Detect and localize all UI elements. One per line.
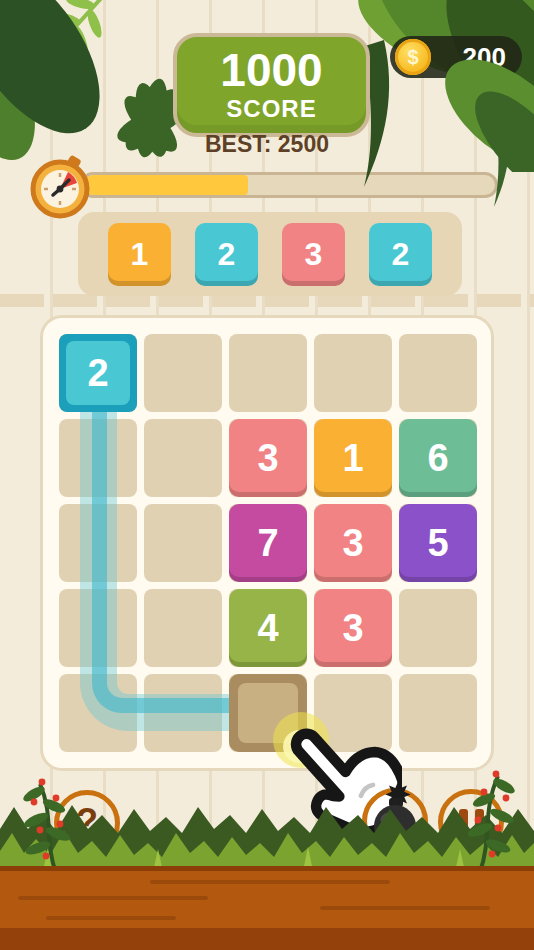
- coin-counter[interactable]: $ 200: [390, 36, 522, 78]
- floor-edge: [0, 866, 534, 871]
- floor-base: [0, 928, 534, 950]
- score-label: SCORE: [226, 95, 316, 123]
- tray-tile[interactable]: 3: [282, 223, 345, 286]
- score-value: 1000: [220, 47, 322, 93]
- coin-icon: $: [395, 39, 431, 75]
- wood-grain: [320, 906, 490, 910]
- pause-button[interactable]: [438, 789, 504, 855]
- wooden-floor: [0, 866, 534, 950]
- bomb-icon: [365, 784, 425, 850]
- board-tile[interactable]: 3: [229, 419, 307, 497]
- coin-value: 200: [463, 42, 506, 73]
- best-score: BEST: 2500: [0, 131, 534, 158]
- wood-grain: [150, 880, 390, 884]
- board-cell[interactable]: [399, 674, 477, 752]
- drag-trail-inner: [92, 408, 236, 713]
- wood-grain: [46, 916, 176, 920]
- timer-bar: [80, 172, 498, 198]
- board-tile[interactable]: 4: [229, 589, 307, 667]
- tray-tile[interactable]: 1: [108, 223, 171, 286]
- score-panel: 1000 SCORE: [173, 33, 370, 137]
- bomb-button[interactable]: [362, 788, 428, 854]
- timer-fill: [83, 175, 248, 195]
- tray-tile[interactable]: 2: [195, 223, 258, 286]
- help-button[interactable]: ?: [54, 790, 120, 856]
- board-tile[interactable]: 6: [399, 419, 477, 497]
- board-tile[interactable]: 7: [229, 504, 307, 582]
- board-cell[interactable]: [399, 589, 477, 667]
- game-screen: 1000 SCORE $ 200 BEST: 2500 1232 2316735…: [0, 0, 534, 950]
- board-tile[interactable]: 3: [314, 589, 392, 667]
- board-cell[interactable]: [314, 334, 392, 412]
- board-cell[interactable]: [229, 334, 307, 412]
- tray-tile[interactable]: 2: [369, 223, 432, 286]
- board-tile[interactable]: 1: [314, 419, 392, 497]
- pause-icon: [459, 809, 484, 835]
- tray-tiles: 1232: [78, 212, 462, 296]
- board-tile[interactable]: 5: [399, 504, 477, 582]
- board-tile[interactable]: 3: [314, 504, 392, 582]
- wood-grain: [18, 896, 208, 900]
- question-mark-icon: ?: [76, 801, 98, 843]
- board-cell[interactable]: [144, 334, 222, 412]
- stopwatch-icon: [28, 153, 94, 219]
- board-tile-selected[interactable]: 2: [59, 334, 137, 412]
- board-cell[interactable]: [399, 334, 477, 412]
